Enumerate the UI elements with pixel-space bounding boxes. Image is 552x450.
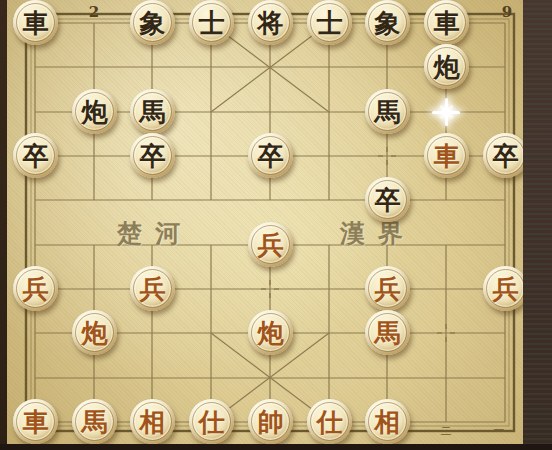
piece-black-cannon[interactable]: 炮: [72, 89, 117, 134]
piece-red-cannon[interactable]: 炮: [72, 310, 117, 355]
piece-red-horse[interactable]: 馬: [365, 310, 410, 355]
piece-glyph: 相: [365, 399, 410, 444]
piece-black-cannon[interactable]: 炮: [424, 44, 469, 89]
piece-glyph: 卒: [248, 133, 293, 178]
piece-black-chariot[interactable]: 車: [424, 0, 469, 45]
piece-black-soldier[interactable]: 卒: [248, 133, 293, 178]
piece-red-soldier[interactable]: 兵: [248, 222, 293, 267]
piece-red-general[interactable]: 帥: [248, 399, 293, 444]
piece-black-chariot[interactable]: 車: [13, 0, 58, 45]
piece-glyph: 炮: [248, 310, 293, 355]
piece-glyph: 車: [424, 0, 469, 45]
piece-glyph: 車: [13, 0, 58, 45]
piece-glyph: 炮: [72, 310, 117, 355]
window-edge-left: [0, 0, 7, 450]
piece-red-chariot[interactable]: 車: [424, 133, 469, 178]
piece-glyph: 士: [189, 0, 234, 45]
top-file-label: 9: [498, 3, 516, 21]
window-edge-right: [523, 0, 552, 450]
piece-black-horse[interactable]: 馬: [365, 89, 410, 134]
piece-glyph: 象: [130, 0, 175, 45]
window-edge-bottom: [0, 444, 552, 450]
piece-black-general[interactable]: 将: [248, 0, 293, 45]
piece-black-soldier[interactable]: 卒: [13, 133, 58, 178]
piece-red-horse[interactable]: 馬: [72, 399, 117, 444]
piece-glyph: 馬: [365, 89, 410, 134]
piece-red-soldier[interactable]: 兵: [365, 266, 410, 311]
piece-glyph: 卒: [365, 177, 410, 222]
piece-glyph: 兵: [248, 222, 293, 267]
piece-red-chariot[interactable]: 車: [13, 399, 58, 444]
piece-glyph: 将: [248, 0, 293, 45]
piece-glyph: 馬: [72, 399, 117, 444]
piece-glyph: 相: [130, 399, 175, 444]
piece-black-horse[interactable]: 馬: [130, 89, 175, 134]
piece-glyph: 仕: [189, 399, 234, 444]
piece-black-elephant[interactable]: 象: [365, 0, 410, 45]
piece-red-elephant[interactable]: 相: [365, 399, 410, 444]
piece-red-soldier[interactable]: 兵: [130, 266, 175, 311]
piece-glyph: 卒: [13, 133, 58, 178]
piece-red-cannon[interactable]: 炮: [248, 310, 293, 355]
xiangqi-app-window: 2 9 二 一 楚河 漢界 車象士将士象車炮炮馬馬卒卒卒車卒卒兵兵兵兵兵炮炮馬車…: [0, 0, 552, 450]
piece-black-soldier[interactable]: 卒: [365, 177, 410, 222]
piece-glyph: 兵: [483, 266, 528, 311]
river-label-left: 楚河: [117, 217, 193, 247]
piece-red-advisor[interactable]: 仕: [189, 399, 234, 444]
piece-glyph: 兵: [365, 266, 410, 311]
piece-glyph: 卒: [130, 133, 175, 178]
top-file-label: 2: [85, 3, 103, 21]
piece-red-advisor[interactable]: 仕: [307, 399, 352, 444]
piece-red-soldier[interactable]: 兵: [13, 266, 58, 311]
piece-glyph: 馬: [365, 310, 410, 355]
piece-glyph: 帥: [248, 399, 293, 444]
piece-red-elephant[interactable]: 相: [130, 399, 175, 444]
piece-black-soldier[interactable]: 卒: [130, 133, 175, 178]
piece-black-soldier[interactable]: 卒: [483, 133, 528, 178]
bottom-file-label: 二: [437, 424, 455, 439]
piece-glyph: 兵: [130, 266, 175, 311]
piece-glyph: 炮: [424, 44, 469, 89]
piece-glyph: 車: [13, 399, 58, 444]
piece-glyph: 馬: [130, 89, 175, 134]
piece-black-elephant[interactable]: 象: [130, 0, 175, 45]
piece-red-soldier[interactable]: 兵: [483, 266, 528, 311]
piece-glyph: 車: [424, 133, 469, 178]
piece-black-advisor[interactable]: 士: [307, 0, 352, 45]
piece-glyph: 士: [307, 0, 352, 45]
piece-glyph: 卒: [483, 133, 528, 178]
bottom-file-label: 一: [490, 423, 508, 438]
piece-glyph: 炮: [72, 89, 117, 134]
piece-black-advisor[interactable]: 士: [189, 0, 234, 45]
piece-glyph: 象: [365, 0, 410, 45]
piece-glyph: 仕: [307, 399, 352, 444]
piece-glyph: 兵: [13, 266, 58, 311]
